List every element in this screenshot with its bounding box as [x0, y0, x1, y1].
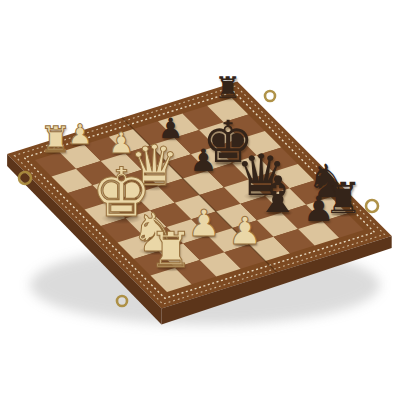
white-rook: ♜ — [149, 226, 193, 275]
brass-clasp-3 — [366, 200, 378, 212]
brass-clasp-2 — [265, 91, 275, 101]
chess-set-photo: ♜♟♟♜♟♚♟♛♛♞♝♜♚♟♟♟♞♜ — [0, 0, 400, 400]
white-pawn: ♟ — [228, 212, 262, 250]
white-rook: ♜ — [39, 122, 71, 158]
black-pawn: ♟ — [303, 192, 334, 227]
black-rook: ♜ — [214, 73, 241, 103]
black-pawn: ♟ — [190, 145, 218, 176]
